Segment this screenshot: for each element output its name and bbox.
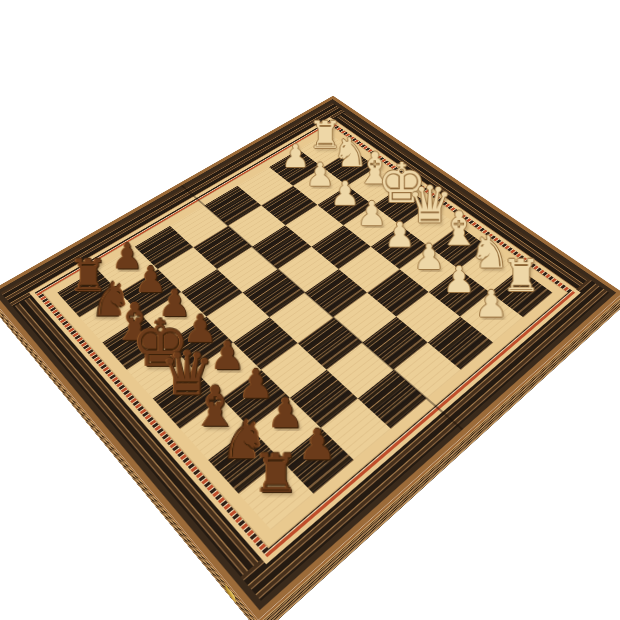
product-photo-scene: ♜♞♟♝♟♚♟♛♟♝♟♞♟♟♜♟♟♜♟♟♞♟♝♟♚♟♛♟♝♟♞♜ <box>0 0 620 620</box>
chess-board: ♜♞♟♝♟♚♟♛♟♝♟♞♟♟♜♟♟♜♟♟♞♟♝♟♚♟♛♟♝♟♞♜ <box>0 96 620 620</box>
